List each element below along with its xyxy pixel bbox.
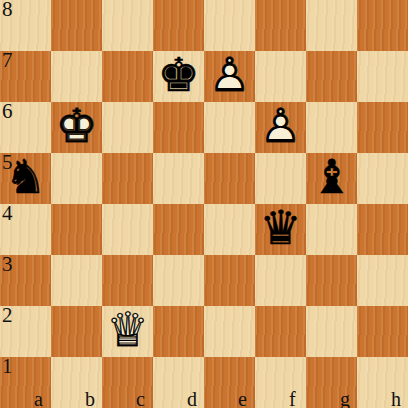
black-king-piece[interactable]: ♚ xyxy=(153,51,204,102)
square-f8[interactable] xyxy=(255,0,306,51)
white-king-piece[interactable]: ♚♔ xyxy=(51,102,102,153)
knight-glyph-fill: ♞ xyxy=(0,151,51,202)
square-f6[interactable]: ♟♙ xyxy=(255,102,306,153)
square-h1[interactable] xyxy=(357,357,408,408)
square-e7[interactable]: ♟♙ xyxy=(204,51,255,102)
black-bishop-piece[interactable]: ♝ xyxy=(306,153,357,204)
square-e5[interactable] xyxy=(204,153,255,204)
square-h5[interactable] xyxy=(357,153,408,204)
square-e4[interactable] xyxy=(204,204,255,255)
square-e1[interactable] xyxy=(204,357,255,408)
king-glyph-fill: ♚ xyxy=(153,49,204,100)
square-b8[interactable] xyxy=(51,0,102,51)
square-h2[interactable] xyxy=(357,306,408,357)
square-f3[interactable] xyxy=(255,255,306,306)
square-f1[interactable] xyxy=(255,357,306,408)
square-f2[interactable] xyxy=(255,306,306,357)
square-f5[interactable] xyxy=(255,153,306,204)
square-c4[interactable] xyxy=(102,204,153,255)
black-queen-piece[interactable]: ♛ xyxy=(255,204,306,255)
square-e3[interactable] xyxy=(204,255,255,306)
square-a8[interactable] xyxy=(0,0,51,51)
square-b5[interactable] xyxy=(51,153,102,204)
square-a5[interactable]: ♞ xyxy=(0,153,51,204)
square-b3[interactable] xyxy=(51,255,102,306)
square-d4[interactable] xyxy=(153,204,204,255)
square-g5[interactable]: ♝ xyxy=(306,153,357,204)
square-e8[interactable] xyxy=(204,0,255,51)
pawn-glyph-outline: ♙ xyxy=(204,49,255,100)
square-g4[interactable] xyxy=(306,204,357,255)
square-e6[interactable] xyxy=(204,102,255,153)
queen-glyph-outline: ♕ xyxy=(102,304,153,355)
square-g8[interactable] xyxy=(306,0,357,51)
chess-board: ♚♟♙♚♔♟♙♞♝♛♛♕ xyxy=(0,0,408,408)
square-d2[interactable] xyxy=(153,306,204,357)
bishop-glyph-fill: ♝ xyxy=(306,151,357,202)
square-e2[interactable] xyxy=(204,306,255,357)
pawn-glyph-outline: ♙ xyxy=(255,100,306,151)
king-glyph-outline: ♔ xyxy=(51,100,102,151)
square-g6[interactable] xyxy=(306,102,357,153)
white-queen-piece[interactable]: ♛♕ xyxy=(102,306,153,357)
square-c7[interactable] xyxy=(102,51,153,102)
square-c1[interactable] xyxy=(102,357,153,408)
queen-glyph-fill: ♛ xyxy=(255,202,306,253)
square-a6[interactable] xyxy=(0,102,51,153)
square-g7[interactable] xyxy=(306,51,357,102)
square-f4[interactable]: ♛ xyxy=(255,204,306,255)
square-h8[interactable] xyxy=(357,0,408,51)
white-pawn-piece[interactable]: ♟♙ xyxy=(204,51,255,102)
square-a2[interactable] xyxy=(0,306,51,357)
square-b4[interactable] xyxy=(51,204,102,255)
square-h6[interactable] xyxy=(357,102,408,153)
square-a4[interactable] xyxy=(0,204,51,255)
chess-diagram: ♚♟♙♚♔♟♙♞♝♛♛♕ 87654321abcdefgh xyxy=(0,0,408,408)
square-h3[interactable] xyxy=(357,255,408,306)
square-b6[interactable]: ♚♔ xyxy=(51,102,102,153)
square-b2[interactable] xyxy=(51,306,102,357)
square-f7[interactable] xyxy=(255,51,306,102)
square-d1[interactable] xyxy=(153,357,204,408)
square-d7[interactable]: ♚ xyxy=(153,51,204,102)
square-b1[interactable] xyxy=(51,357,102,408)
square-c2[interactable]: ♛♕ xyxy=(102,306,153,357)
square-d6[interactable] xyxy=(153,102,204,153)
square-c5[interactable] xyxy=(102,153,153,204)
square-g1[interactable] xyxy=(306,357,357,408)
square-g2[interactable] xyxy=(306,306,357,357)
square-a1[interactable] xyxy=(0,357,51,408)
square-h4[interactable] xyxy=(357,204,408,255)
square-d5[interactable] xyxy=(153,153,204,204)
square-h7[interactable] xyxy=(357,51,408,102)
square-c8[interactable] xyxy=(102,0,153,51)
square-a7[interactable] xyxy=(0,51,51,102)
square-a3[interactable] xyxy=(0,255,51,306)
square-c6[interactable] xyxy=(102,102,153,153)
square-b7[interactable] xyxy=(51,51,102,102)
square-c3[interactable] xyxy=(102,255,153,306)
white-pawn-piece[interactable]: ♟♙ xyxy=(255,102,306,153)
square-g3[interactable] xyxy=(306,255,357,306)
black-knight-piece[interactable]: ♞ xyxy=(0,153,51,204)
square-d8[interactable] xyxy=(153,0,204,51)
square-d3[interactable] xyxy=(153,255,204,306)
